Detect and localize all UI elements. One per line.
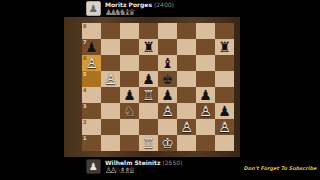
black-king-icon[interactable]: ♚ (158, 71, 177, 87)
top-player-avatar[interactable]: ♟ (86, 1, 101, 16)
square-d2[interactable] (139, 119, 158, 135)
square-b5[interactable]: ♙ (101, 71, 120, 87)
square-f4[interactable] (177, 87, 196, 103)
video-frame: ♟ Moritz Porges (2400) ♟♟♞♞♝♛ 87♟♜♜6♙♝5♙… (0, 0, 320, 180)
square-d4[interactable]: ♖ (139, 87, 158, 103)
square-e4[interactable]: ♟ (158, 87, 177, 103)
white-king-icon[interactable]: ♔ (158, 135, 177, 151)
square-a3[interactable]: 3 (82, 103, 101, 119)
black-pawn-icon[interactable]: ♟ (215, 103, 234, 119)
square-b2[interactable] (101, 119, 120, 135)
bottom-captured-pieces-tray: ♙♙♘♗♗♕ (105, 166, 182, 175)
square-h6[interactable] (215, 55, 234, 71)
square-h5[interactable] (215, 71, 234, 87)
black-pawn-icon[interactable]: ♟ (139, 71, 158, 87)
square-f5[interactable] (177, 71, 196, 87)
square-g1[interactable] (196, 135, 215, 151)
square-a2[interactable]: 2 (82, 119, 101, 135)
square-h1[interactable] (215, 135, 234, 151)
rank-label-6: 6 (83, 55, 86, 61)
white-pawn-icon[interactable]: ♙ (158, 103, 177, 119)
rank-label-1: 1 (83, 135, 86, 141)
top-player-name: Moritz Porges (105, 1, 152, 8)
square-g2[interactable] (196, 119, 215, 135)
square-b3[interactable] (101, 103, 120, 119)
square-f3[interactable] (177, 103, 196, 119)
square-f8[interactable] (177, 23, 196, 39)
rank-label-8: 8 (83, 23, 86, 29)
white-knight-icon[interactable]: ♘ (120, 103, 139, 119)
black-pawn-icon[interactable]: ♟ (158, 87, 177, 103)
subscribe-note: Don't Forget To Subscribe (243, 165, 317, 171)
black-pawn-icon[interactable]: ♟ (196, 87, 215, 103)
square-a1[interactable]: 1 (82, 135, 101, 151)
square-b7[interactable] (101, 39, 120, 55)
square-f7[interactable] (177, 39, 196, 55)
square-a5[interactable]: 5 (82, 71, 101, 87)
square-g3[interactable]: ♙ (196, 103, 215, 119)
square-g8[interactable] (196, 23, 215, 39)
square-c1[interactable] (120, 135, 139, 151)
square-h7[interactable]: ♜ (215, 39, 234, 55)
square-e8[interactable] (158, 23, 177, 39)
square-e6[interactable]: ♝ (158, 55, 177, 71)
bottom-player-avatar[interactable]: ♟ (86, 159, 101, 174)
square-c8[interactable] (120, 23, 139, 39)
square-g4[interactable]: ♟ (196, 87, 215, 103)
square-a4[interactable]: 4 (82, 87, 101, 103)
rank-label-2: 2 (83, 119, 86, 125)
square-d3[interactable] (139, 103, 158, 119)
square-b6[interactable] (101, 55, 120, 71)
square-e2[interactable] (158, 119, 177, 135)
square-c6[interactable] (120, 55, 139, 71)
white-pawn-icon[interactable]: ♙ (177, 119, 196, 135)
white-pawn-icon[interactable]: ♙ (215, 119, 234, 135)
white-rook-icon[interactable]: ♖ (139, 87, 158, 103)
square-c7[interactable] (120, 39, 139, 55)
square-g7[interactable] (196, 39, 215, 55)
square-h3[interactable]: ♟ (215, 103, 234, 119)
square-c5[interactable] (120, 71, 139, 87)
white-pawn-icon[interactable]: ♙ (196, 103, 215, 119)
square-h4[interactable] (215, 87, 234, 103)
black-pawn-icon[interactable]: ♟ (120, 87, 139, 103)
square-f2[interactable]: ♙ (177, 119, 196, 135)
pawn-avatar-icon: ♟ (89, 2, 98, 15)
square-a7[interactable]: 7♟ (82, 39, 101, 55)
square-d5[interactable]: ♟ (139, 71, 158, 87)
rank-label-4: 4 (83, 87, 86, 93)
square-f1[interactable] (177, 135, 196, 151)
square-e5[interactable]: ♚ (158, 71, 177, 87)
top-player-rating: (2400) (154, 1, 174, 8)
top-captured-pieces-tray: ♟♟♞♞♝♛ (105, 8, 174, 17)
square-g5[interactable] (196, 71, 215, 87)
square-e3[interactable]: ♙ (158, 103, 177, 119)
board: 87♟♜♜6♙♝5♙♟♚4♟♖♟♟3♘♙♙♟2♙♙1♖♔ (82, 23, 234, 151)
white-pawn-icon[interactable]: ♙ (101, 71, 120, 87)
square-b1[interactable] (101, 135, 120, 151)
square-h8[interactable] (215, 23, 234, 39)
black-bishop-icon[interactable]: ♝ (158, 55, 177, 71)
square-c2[interactable] (120, 119, 139, 135)
square-b4[interactable] (101, 87, 120, 103)
square-d7[interactable]: ♜ (139, 39, 158, 55)
rank-label-3: 3 (83, 103, 86, 109)
square-e7[interactable] (158, 39, 177, 55)
bottom-player-name: Wilhelm Steinitz (105, 159, 160, 166)
square-d8[interactable] (139, 23, 158, 39)
square-f6[interactable] (177, 55, 196, 71)
square-c3[interactable]: ♘ (120, 103, 139, 119)
square-a6[interactable]: 6♙ (82, 55, 101, 71)
square-d1[interactable]: ♖ (139, 135, 158, 151)
square-d6[interactable] (139, 55, 158, 71)
square-c4[interactable]: ♟ (120, 87, 139, 103)
white-rook-icon[interactable]: ♖ (139, 135, 158, 151)
top-player-bar: ♟ Moritz Porges (2400) ♟♟♞♞♝♛ (86, 1, 174, 17)
square-g6[interactable] (196, 55, 215, 71)
pawn-avatar-icon: ♟ (89, 160, 98, 173)
square-h2[interactable]: ♙ (215, 119, 234, 135)
rank-label-7: 7 (83, 39, 86, 45)
rank-label-5: 5 (83, 71, 86, 77)
square-b8[interactable] (101, 23, 120, 39)
square-e1[interactable]: ♔ (158, 135, 177, 151)
square-a8[interactable]: 8 (82, 23, 101, 39)
black-rook-icon[interactable]: ♜ (215, 39, 234, 55)
black-rook-icon[interactable]: ♜ (139, 39, 158, 55)
bottom-player-rating: (2650) (162, 159, 182, 166)
bottom-player-bar: ♟ Wilhelm Steinitz (2650) ♙♙♘♗♗♕ (86, 159, 182, 175)
